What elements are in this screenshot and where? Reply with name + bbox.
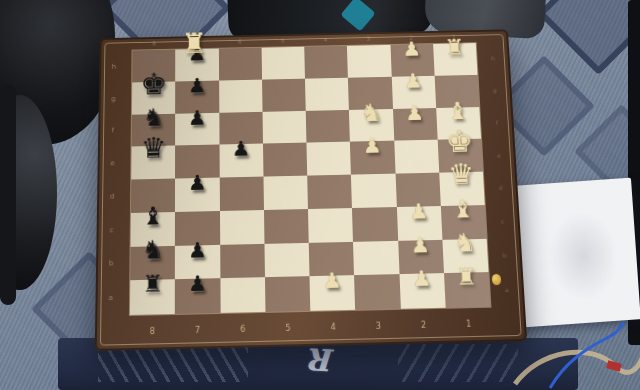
coord-label: e xyxy=(107,147,117,180)
coord-label: d xyxy=(495,171,507,204)
square-h5[interactable] xyxy=(261,47,305,80)
square-g4[interactable] xyxy=(305,77,349,110)
square-e4[interactable] xyxy=(306,142,351,176)
piece-white-r-a1[interactable]: ♜ xyxy=(443,265,489,289)
coord-label: 3 xyxy=(347,35,390,43)
square-c5[interactable] xyxy=(264,209,309,244)
coord-label: g xyxy=(489,74,501,106)
coord-label: 4 xyxy=(304,36,347,44)
square-a1[interactable]: ♜ xyxy=(444,272,491,307)
coord-label: 8 xyxy=(130,326,175,337)
piece-white-n-b1[interactable]: ♞ xyxy=(442,229,488,255)
square-f5[interactable] xyxy=(262,110,306,143)
coord-label: c xyxy=(106,213,116,247)
piece-black-k-g8[interactable]: ♚ xyxy=(132,69,175,99)
square-f4[interactable] xyxy=(306,109,350,142)
coord-label: a xyxy=(105,281,116,316)
coord-label: c xyxy=(497,204,509,238)
paper-crease xyxy=(545,209,621,304)
square-d4[interactable] xyxy=(307,175,352,209)
piece-white-b-c1[interactable]: ♝ xyxy=(440,196,485,222)
square-e5[interactable] xyxy=(263,143,307,177)
coord-label: 2 xyxy=(401,320,447,331)
square-h1[interactable]: ♜ xyxy=(433,43,478,76)
square-e2[interactable] xyxy=(394,140,439,174)
mat-pattern xyxy=(98,346,248,382)
square-g6[interactable] xyxy=(219,79,263,112)
file-labels-right: hgfedcba xyxy=(487,43,512,307)
mat-logo-letter: R xyxy=(309,341,336,377)
chess-board: ♟♟♜♚♟♟♞♟♞♟♝♛♟♟♚♟♛♝♟♝♞♟♟♞♜♟♟♟♜ 87654321 8… xyxy=(95,29,527,351)
square-f2[interactable]: ♟ xyxy=(393,108,438,141)
coord-label: e xyxy=(493,138,505,171)
piece-white-p-e3[interactable]: ♟ xyxy=(350,136,394,157)
square-a4[interactable]: ♟ xyxy=(310,275,356,310)
piece-white-r-h1[interactable]: ♜ xyxy=(433,37,477,59)
square-e3[interactable]: ♟ xyxy=(350,141,395,175)
coord-label: a xyxy=(501,272,513,307)
piece-black-n-f8[interactable]: ♞ xyxy=(132,105,176,130)
piece-black-q-e8[interactable]: ♛ xyxy=(131,134,175,163)
piece-white-p-g2[interactable]: ♟ xyxy=(391,71,435,92)
piece-white-n-f3[interactable]: ♞ xyxy=(349,100,393,125)
coord-label: 4 xyxy=(311,322,356,333)
square-a2[interactable]: ♟ xyxy=(399,273,445,308)
piece-white-q-d1[interactable]: ♛ xyxy=(438,160,483,189)
coord-label: h xyxy=(109,51,119,83)
file-labels-left: hgfedcba xyxy=(105,51,118,316)
square-b6[interactable] xyxy=(220,243,265,278)
square-c3[interactable] xyxy=(352,207,398,242)
square-d3[interactable] xyxy=(351,174,396,208)
square-a5[interactable] xyxy=(265,276,311,311)
coord-label: 1 xyxy=(446,319,492,330)
coord-label: g xyxy=(108,83,118,115)
coord-label: f xyxy=(108,115,118,148)
frame-gold-dot xyxy=(492,274,502,285)
captured-white-piece[interactable]: ♜ xyxy=(181,29,209,361)
square-h4[interactable] xyxy=(304,46,348,79)
coord-label: d xyxy=(107,180,117,213)
square-h3[interactable] xyxy=(347,45,391,78)
scene: R ♟♟♜♚♟♟♞♟♞♟♝♛♟♟♚♟♛♝♟♝♞♟♟♞♜♟♟♟♜ 87654321… xyxy=(0,0,640,390)
piece-white-p-a2[interactable]: ♟ xyxy=(399,268,445,290)
piece-black-n-b8[interactable]: ♞ xyxy=(130,236,175,262)
coord-label: 5 xyxy=(265,323,310,334)
coord-label: 6 xyxy=(218,38,261,46)
square-d5[interactable] xyxy=(263,176,308,210)
piece-white-k-e1[interactable]: ♚ xyxy=(437,126,482,157)
square-g5[interactable] xyxy=(262,78,306,111)
square-c6[interactable] xyxy=(219,210,264,245)
piece-black-b-c8[interactable]: ♝ xyxy=(131,203,175,229)
square-e8[interactable]: ♛ xyxy=(131,146,175,180)
square-a3[interactable] xyxy=(354,274,400,309)
square-a8[interactable]: ♜ xyxy=(130,279,175,315)
square-a6[interactable] xyxy=(220,277,265,312)
piece-white-p-c2[interactable]: ♟ xyxy=(396,201,441,223)
square-b3[interactable] xyxy=(353,240,399,275)
coord-label: 6 xyxy=(220,324,265,335)
coord-label: b xyxy=(499,238,511,272)
coord-label: h xyxy=(487,43,499,75)
piece-white-p-b2[interactable]: ♟ xyxy=(398,234,443,256)
piece-white-b-f1[interactable]: ♝ xyxy=(435,98,480,123)
square-d6[interactable] xyxy=(219,177,263,211)
square-b5[interactable] xyxy=(264,242,309,277)
piece-white-p-h2[interactable]: ♟ xyxy=(390,39,434,60)
coord-label: 3 xyxy=(356,321,402,332)
coord-label: f xyxy=(491,106,503,139)
square-e6[interactable]: ♟ xyxy=(219,144,263,178)
piece-white-p-a4[interactable]: ♟ xyxy=(309,270,354,292)
square-c4[interactable] xyxy=(308,208,353,243)
coord-label: 8 xyxy=(133,39,176,47)
chair-leg-shadow xyxy=(0,85,16,305)
piece-black-p-e6[interactable]: ♟ xyxy=(219,139,263,160)
square-h6[interactable] xyxy=(218,48,261,81)
coord-label: 5 xyxy=(261,37,304,45)
piece-black-r-a8[interactable]: ♜ xyxy=(130,272,175,296)
coord-label: b xyxy=(106,247,117,281)
piece-white-p-f2[interactable]: ♟ xyxy=(392,103,436,124)
